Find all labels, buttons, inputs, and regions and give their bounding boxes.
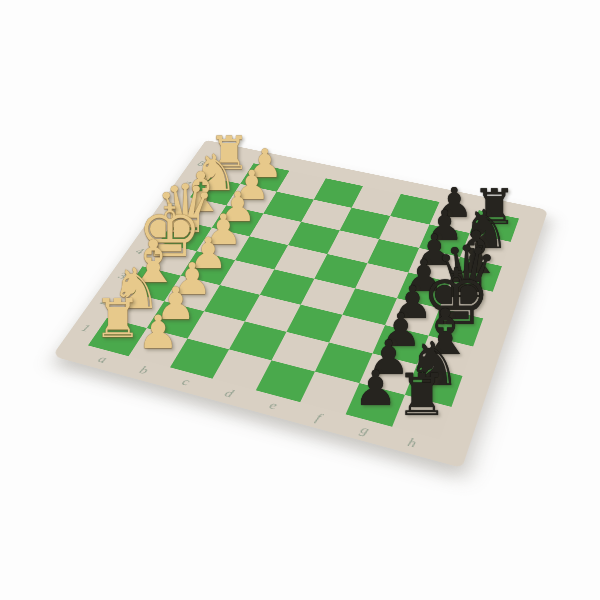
product-photo-chess-set: abcdefgh12345678 ♜♞♝♚♛♝♞♜♟♟♟♟♟♟♟♟♟♟♟♟♟♟♟… <box>0 0 600 600</box>
file-label-g: g <box>359 424 371 437</box>
rank-label-1: 1 <box>80 323 92 333</box>
file-label-c: c <box>180 376 192 387</box>
rank-label-8: 8 <box>196 160 206 168</box>
rank-label-6: 6 <box>166 202 177 210</box>
file-label-f: f <box>314 412 323 423</box>
chess-board-mat: abcdefgh12345678 <box>52 140 548 468</box>
file-label-d: d <box>223 388 235 400</box>
file-label-a: a <box>96 354 109 365</box>
rank-label-5: 5 <box>150 224 161 233</box>
chess-board <box>88 156 519 440</box>
rank-label-4: 4 <box>134 247 145 256</box>
rank-label-7: 7 <box>181 180 191 188</box>
file-label-e: e <box>267 400 278 412</box>
rank-label-3: 3 <box>117 271 129 280</box>
file-label-h: h <box>406 437 418 450</box>
file-label-b: b <box>137 365 150 376</box>
rank-label-2: 2 <box>98 297 110 307</box>
